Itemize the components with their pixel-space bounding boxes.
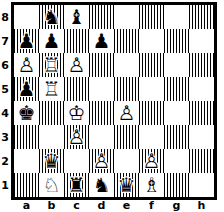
square-f1[interactable]: ♝♗ (139, 173, 164, 197)
piece-wB-f1[interactable]: ♝♗ (139, 173, 164, 197)
square-h8[interactable] (189, 5, 214, 29)
piece-glyph: ♟ (39, 29, 64, 53)
piece-bR-c1[interactable]: ♜ (64, 173, 89, 197)
piece-wN-b1[interactable]: ♞♘ (39, 173, 64, 197)
rank-label-2: 2 (0, 149, 10, 173)
piece-glyph: ♟ (14, 77, 39, 101)
square-b6[interactable]: ♜♖ (39, 53, 64, 77)
piece-wR-b5[interactable]: ♜♖ (39, 77, 64, 101)
piece-bB-c8[interactable]: ♝ (64, 5, 89, 29)
square-a4[interactable]: ♚ (14, 101, 39, 125)
square-g6[interactable] (164, 53, 189, 77)
file-label-a: a (14, 199, 39, 212)
square-e8[interactable] (114, 5, 139, 29)
file-label-f: f (139, 199, 164, 212)
piece-bN-d1[interactable]: ♞ (89, 173, 114, 197)
square-d5[interactable] (89, 77, 114, 101)
piece-wP-a6[interactable]: ♟♙ (14, 53, 39, 77)
piece-glyph: ♙ (139, 149, 164, 173)
square-h7[interactable] (189, 29, 214, 53)
square-g1[interactable] (164, 173, 189, 197)
chess-board[interactable]: ♞♝♟♟♟♟♙♜♖♟♙♟♜♖♚♚♔♟♙♟♙♛♟♙♟♙♞♘♜♞♛♝♗ (11, 2, 217, 200)
square-b3[interactable] (39, 125, 64, 149)
square-c2[interactable] (64, 149, 89, 173)
piece-bQ-e1[interactable]: ♛ (114, 173, 139, 197)
rank-label-1: 1 (0, 173, 10, 197)
rank-label-4: 4 (0, 101, 10, 125)
rank-label-5: 5 (0, 77, 10, 101)
piece-glyph: ♜ (64, 173, 89, 197)
file-label-b: b (39, 199, 64, 212)
file-label-e: e (114, 199, 139, 212)
square-f4[interactable] (139, 101, 164, 125)
square-f7[interactable] (139, 29, 164, 53)
square-d2[interactable]: ♟♙ (89, 149, 114, 173)
square-e5[interactable] (114, 77, 139, 101)
square-a6[interactable]: ♟♙ (14, 53, 39, 77)
square-e7[interactable] (114, 29, 139, 53)
square-d4[interactable] (89, 101, 114, 125)
square-h1[interactable] (189, 173, 214, 197)
piece-glyph: ♙ (89, 149, 114, 173)
square-g7[interactable] (164, 29, 189, 53)
square-d8[interactable] (89, 5, 114, 29)
piece-wR-b6[interactable]: ♜♖ (39, 53, 64, 77)
piece-glyph: ♙ (64, 125, 89, 149)
square-f2[interactable]: ♟♙ (139, 149, 164, 173)
rank-label-8: 8 (0, 5, 10, 29)
square-h4[interactable] (189, 101, 214, 125)
square-d6[interactable] (89, 53, 114, 77)
file-label-g: g (164, 199, 189, 212)
square-e1[interactable]: ♛ (114, 173, 139, 197)
square-c1[interactable]: ♜ (64, 173, 89, 197)
rank-label-7: 7 (0, 29, 10, 53)
rank-labels: 87654321 (0, 5, 10, 197)
piece-glyph: ♖ (39, 77, 64, 101)
piece-wP-f2[interactable]: ♟♙ (139, 149, 164, 173)
square-a3[interactable] (14, 125, 39, 149)
square-b1[interactable]: ♞♘ (39, 173, 64, 197)
square-g2[interactable] (164, 149, 189, 173)
piece-wP-c3[interactable]: ♟♙ (64, 125, 89, 149)
rank-label-3: 3 (0, 125, 10, 149)
square-b2[interactable]: ♛ (39, 149, 64, 173)
square-h2[interactable] (189, 149, 214, 173)
chess-diagram: 87654321 ♞♝♟♟♟♟♙♜♖♟♙♟♜♖♚♚♔♟♙♟♙♛♟♙♟♙♞♘♜♞♛… (0, 0, 224, 212)
file-label-d: d (89, 199, 114, 212)
square-c3[interactable]: ♟♙ (64, 125, 89, 149)
piece-glyph: ♛ (39, 149, 64, 173)
square-c8[interactable]: ♝ (64, 5, 89, 29)
square-g3[interactable] (164, 125, 189, 149)
piece-wP-c6[interactable]: ♟♙ (64, 53, 89, 77)
piece-glyph: ♙ (14, 53, 39, 77)
piece-wK-c4[interactable]: ♚♔ (64, 101, 89, 125)
square-a5[interactable]: ♟ (14, 77, 39, 101)
square-h5[interactable] (189, 77, 214, 101)
piece-glyph: ♛ (114, 173, 139, 197)
piece-wP-e4[interactable]: ♟♙ (114, 101, 139, 125)
piece-glyph: ♞ (89, 173, 114, 197)
piece-bP-a5[interactable]: ♟ (14, 77, 39, 101)
square-h6[interactable] (189, 53, 214, 77)
piece-glyph: ♔ (64, 101, 89, 125)
square-d1[interactable]: ♞ (89, 173, 114, 197)
piece-glyph: ♟ (89, 29, 114, 53)
square-g5[interactable] (164, 77, 189, 101)
file-label-h: h (189, 199, 214, 212)
piece-wP-d2[interactable]: ♟♙ (89, 149, 114, 173)
square-a7[interactable]: ♟ (14, 29, 39, 53)
piece-bN-b8[interactable]: ♞ (39, 5, 64, 29)
square-e3[interactable] (114, 125, 139, 149)
square-g4[interactable] (164, 101, 189, 125)
square-c7[interactable] (64, 29, 89, 53)
square-a1[interactable] (14, 173, 39, 197)
square-f6[interactable] (139, 53, 164, 77)
piece-bP-b7[interactable]: ♟ (39, 29, 64, 53)
square-f5[interactable] (139, 77, 164, 101)
piece-bP-d7[interactable]: ♟ (89, 29, 114, 53)
piece-glyph: ♘ (39, 173, 64, 197)
square-h3[interactable] (189, 125, 214, 149)
piece-bK-a4[interactable]: ♚ (14, 101, 39, 125)
file-label-c: c (64, 199, 89, 212)
square-e6[interactable] (114, 53, 139, 77)
piece-bP-a7[interactable]: ♟ (14, 29, 39, 53)
piece-glyph: ♖ (39, 53, 64, 77)
square-f8[interactable] (139, 5, 164, 29)
square-d3[interactable] (89, 125, 114, 149)
square-c6[interactable]: ♟♙ (64, 53, 89, 77)
square-a8[interactable] (14, 5, 39, 29)
square-b8[interactable]: ♞ (39, 5, 64, 29)
piece-glyph: ♞ (39, 5, 64, 29)
piece-glyph: ♗ (139, 173, 164, 197)
piece-glyph: ♟ (14, 29, 39, 53)
piece-bQ-b2[interactable]: ♛ (39, 149, 64, 173)
square-c5[interactable] (64, 77, 89, 101)
piece-glyph: ♙ (64, 53, 89, 77)
square-d7[interactable]: ♟ (89, 29, 114, 53)
square-e2[interactable] (114, 149, 139, 173)
square-g8[interactable] (164, 5, 189, 29)
square-b7[interactable]: ♟ (39, 29, 64, 53)
piece-glyph: ♙ (114, 101, 139, 125)
square-f3[interactable] (139, 125, 164, 149)
square-a2[interactable] (14, 149, 39, 173)
square-b5[interactable]: ♜♖ (39, 77, 64, 101)
piece-glyph: ♝ (64, 5, 89, 29)
square-c4[interactable]: ♚♔ (64, 101, 89, 125)
piece-glyph: ♚ (14, 101, 39, 125)
square-b4[interactable] (39, 101, 64, 125)
square-e4[interactable]: ♟♙ (114, 101, 139, 125)
file-labels: abcdefgh (14, 199, 214, 212)
rank-label-6: 6 (0, 53, 10, 77)
